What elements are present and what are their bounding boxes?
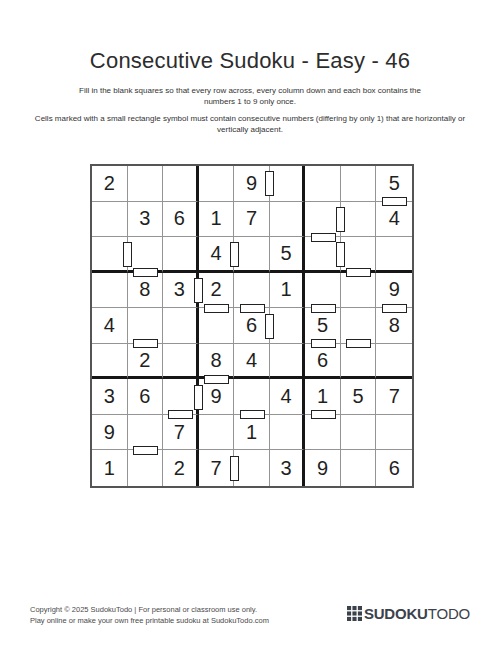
consecutive-marker-v-r6c4 xyxy=(204,375,229,384)
consecutive-marker-h-r3c7 xyxy=(336,242,345,267)
cell-r6c1 xyxy=(92,344,128,380)
footer-text: Copyright © 2025 SudokuTodo | For person… xyxy=(30,604,269,626)
cell-r2c1 xyxy=(92,202,128,238)
consecutive-marker-h-r3c4 xyxy=(230,242,239,267)
cell-r7c4: 9 xyxy=(199,379,235,415)
cell-r5c4 xyxy=(199,308,235,344)
consecutive-marker-v-r4c5 xyxy=(240,304,265,313)
cell-r1c1: 2 xyxy=(92,166,128,202)
consecutive-marker-v-r4c9 xyxy=(382,304,407,313)
cell-r1c7 xyxy=(305,166,341,202)
consecutive-marker-v-r4c7 xyxy=(311,304,336,313)
cell-r4c2: 8 xyxy=(128,273,164,309)
cell-r2c2: 3 xyxy=(128,202,164,238)
cell-r8c8 xyxy=(341,415,377,451)
consecutive-marker-v-r5c2 xyxy=(133,339,158,348)
sudokutodo-logo: SUDOKUTODO xyxy=(347,605,470,622)
consecutive-marker-v-r3c8 xyxy=(346,268,371,277)
cell-r2c9: 4 xyxy=(376,202,412,238)
cell-r8c4 xyxy=(199,415,235,451)
consecutive-marker-v-r4c4 xyxy=(204,304,229,313)
cell-r1c6 xyxy=(270,166,306,202)
cell-r5c3 xyxy=(163,308,199,344)
cell-r8c9 xyxy=(376,415,412,451)
cell-r9c5 xyxy=(234,450,270,486)
logo-text: SUDOKUTODO xyxy=(364,605,470,622)
cell-r1c3 xyxy=(163,166,199,202)
instructions-basic-rule: Fill in the blank squares so that every … xyxy=(70,86,430,107)
logo-text-sudoku: SUDOKU xyxy=(364,605,428,622)
cell-r7c9: 7 xyxy=(376,379,412,415)
cell-r5c1: 4 xyxy=(92,308,128,344)
footer-tagline: Play online or make your own free printa… xyxy=(30,615,269,626)
cell-r8c3: 7 xyxy=(163,415,199,451)
cell-r7c8: 5 xyxy=(341,379,377,415)
consecutive-marker-h-r1c5 xyxy=(265,171,274,196)
consecutive-marker-v-r5c8 xyxy=(346,339,371,348)
consecutive-marker-h-r9c4 xyxy=(230,456,239,481)
cell-r1c4 xyxy=(199,166,235,202)
cell-r6c2: 2 xyxy=(128,344,164,380)
cell-r2c6 xyxy=(270,202,306,238)
cell-r2c4: 1 xyxy=(199,202,235,238)
cell-r5c9: 8 xyxy=(376,308,412,344)
cell-r7c6: 4 xyxy=(270,379,306,415)
consecutive-marker-h-r2c7 xyxy=(336,207,345,232)
cell-r6c8 xyxy=(341,344,377,380)
consecutive-marker-h-r5c5 xyxy=(265,314,274,339)
cell-r5c6 xyxy=(270,308,306,344)
cell-r2c3: 6 xyxy=(163,202,199,238)
cell-r4c8 xyxy=(341,273,377,309)
cell-r9c8 xyxy=(341,450,377,486)
consecutive-marker-v-r7c3 xyxy=(168,410,193,419)
cell-r3c9 xyxy=(376,237,412,273)
logo-text-todo: TODO xyxy=(428,605,470,622)
consecutive-marker-v-r8c2 xyxy=(133,446,158,455)
consecutive-marker-v-r1c9 xyxy=(382,197,407,206)
consecutive-marker-h-r7c3 xyxy=(194,385,203,410)
cell-r4c1 xyxy=(92,273,128,309)
sudoku-grid: 295361744583219465828463694157971127396 xyxy=(90,164,414,488)
cell-r6c9 xyxy=(376,344,412,380)
cell-r9c2 xyxy=(128,450,164,486)
cell-r9c7: 9 xyxy=(305,450,341,486)
cell-r9c9: 6 xyxy=(376,450,412,486)
consecutive-marker-v-r2c7 xyxy=(311,233,336,242)
cell-r3c3 xyxy=(163,237,199,273)
cell-r6c5: 4 xyxy=(234,344,270,380)
printable-sudoku-page: { "game": "consecutive-sudoku", "title":… xyxy=(0,0,500,647)
cell-r8c5: 1 xyxy=(234,415,270,451)
cell-r8c6 xyxy=(270,415,306,451)
cell-r9c3: 2 xyxy=(163,450,199,486)
instructions-consecutive-rule: Cells marked with a small rectangle symb… xyxy=(30,114,470,135)
cell-r9c1: 1 xyxy=(92,450,128,486)
cell-r2c5: 7 xyxy=(234,202,270,238)
cell-r1c8 xyxy=(341,166,377,202)
footer-copyright: Copyright © 2025 SudokuTodo | For person… xyxy=(30,604,269,615)
cell-r8c7 xyxy=(305,415,341,451)
consecutive-marker-v-r7c7 xyxy=(311,410,336,419)
cell-r7c2: 6 xyxy=(128,379,164,415)
cell-r3c5 xyxy=(234,237,270,273)
consecutive-marker-h-r3c1 xyxy=(123,242,132,267)
cell-r4c6: 1 xyxy=(270,273,306,309)
page-title: Consecutive Sudoku - Easy - 46 xyxy=(0,48,500,74)
cell-r6c7: 6 xyxy=(305,344,341,380)
cell-r6c6 xyxy=(270,344,306,380)
cell-r8c1: 9 xyxy=(92,415,128,451)
cell-r6c3 xyxy=(163,344,199,380)
consecutive-marker-v-r5c7 xyxy=(311,339,336,348)
cell-r3c6: 5 xyxy=(270,237,306,273)
cell-r2c8 xyxy=(341,202,377,238)
cell-r7c1: 3 xyxy=(92,379,128,415)
consecutive-marker-h-r4c3 xyxy=(194,278,203,303)
grid-logo-icon xyxy=(347,606,362,621)
cell-r9c6: 3 xyxy=(270,450,306,486)
consecutive-marker-v-r7c5 xyxy=(240,410,265,419)
consecutive-marker-v-r3c2 xyxy=(133,268,158,277)
cell-r1c2 xyxy=(128,166,164,202)
